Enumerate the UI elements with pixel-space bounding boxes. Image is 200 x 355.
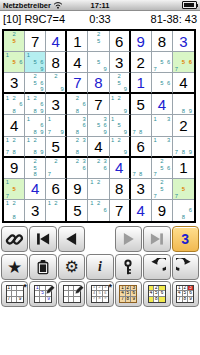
cell-r9c6[interactable]: 7 [110, 200, 131, 221]
history-back-button[interactable] [58, 226, 85, 252]
candidate-marks: 236 [67, 158, 87, 178]
cell-r4c5[interactable]: 7 [88, 94, 109, 115]
mini-grid-icon [63, 285, 81, 303]
cell-r3c8[interactable]: 56 [152, 73, 173, 94]
history-first-button[interactable] [29, 226, 56, 252]
given-digit: 3 [46, 94, 65, 114]
candidate-marks: 257 [152, 179, 172, 199]
mini-grid-icon: 24568 [148, 285, 166, 303]
candidate-marks: 156 [4, 52, 24, 72]
cell-r9c3[interactable]: 12 [46, 200, 67, 221]
cell-r1c7[interactable]: 9 [131, 31, 152, 52]
battery-icon [182, 1, 197, 9]
status-bar: Netzbetreiber 17:11 [0, 0, 200, 11]
cell-r5c5[interactable]: 3569 [88, 115, 109, 136]
candidate-marks: 29 [46, 73, 65, 92]
cell-r8c4[interactable]: 9 [67, 179, 88, 200]
cell-r9c5[interactable]: 126 [88, 200, 109, 221]
candidate-marks: 268 [67, 94, 87, 114]
cell-r2c3[interactable]: 8 [46, 52, 67, 73]
cell-r6c3[interactable]: 5 [46, 137, 67, 158]
candidate-marks: 68 [173, 200, 194, 221]
cell-r6c5[interactable]: 4 [88, 137, 109, 158]
candidate-marks: 59 [88, 52, 108, 72]
cell-r3c1[interactable]: 3 [4, 73, 25, 94]
cell-r9c9[interactable]: 68 [173, 200, 194, 221]
cell-r5c9[interactable]: 2 [173, 115, 194, 136]
candidate-marks: 238 [67, 137, 87, 156]
cell-r8c3[interactable]: 6 [46, 179, 67, 200]
sparkle-icon: * [23, 282, 27, 292]
redo-icon [176, 258, 195, 277]
show-all-candidates-button[interactable]: 123456789 [115, 281, 142, 307]
given-digit: 3 [25, 200, 45, 221]
selected-digit-label: 3 [181, 231, 189, 247]
candidate-marks: 1278 [4, 137, 24, 156]
pencil-icon [46, 282, 55, 297]
cell-r2c8[interactable]: 567 [152, 52, 173, 73]
cell-r3c7[interactable]: 1 [131, 73, 152, 94]
cell-r2c1[interactable]: 156 [4, 52, 25, 73]
cell-r8c8[interactable]: 257 [152, 179, 173, 200]
cell-r5c7[interactable]: 78 [131, 115, 152, 136]
given-digit: 4 [173, 73, 194, 92]
cell-r9c2[interactable]: 3 [25, 200, 46, 221]
candidate-marks: 12 [88, 179, 108, 199]
candidate-marks: 89 [173, 94, 194, 114]
candidate-marks: 56 [152, 73, 172, 92]
candidate-marks: 12689 [25, 94, 45, 114]
candidate-marks: 2567 [152, 158, 172, 178]
candidate-marks: 25 [4, 31, 24, 51]
given-digit: 5 [131, 94, 151, 114]
given-digit: 6 [110, 31, 129, 51]
hint-key-button[interactable] [115, 254, 142, 280]
cell-r7c9[interactable]: 1 [173, 158, 194, 179]
candidate-marks: 128 [4, 200, 24, 221]
history-last-button[interactable] [143, 226, 170, 252]
given-digit: 5 [46, 137, 65, 156]
cell-r8c1[interactable]: 157 [4, 179, 25, 200]
candidate-marks: 12 [46, 200, 65, 221]
given-digit: 8 [46, 52, 65, 72]
highlight-digit-button[interactable]: 123456789 [172, 281, 199, 307]
mini-grid-icon: 159 [34, 285, 52, 303]
cell-r1c1[interactable]: 25 [4, 31, 25, 52]
cell-r1c6[interactable]: 6 [110, 31, 131, 52]
skip-back-icon [34, 230, 52, 248]
undo-button[interactable] [143, 254, 170, 280]
candidate-marks: 236 [88, 158, 108, 178]
cell-r7c6[interactable]: 4 [110, 158, 131, 179]
candidate-marks: 78 [131, 158, 151, 178]
cell-r8c7[interactable]: 3 [131, 179, 152, 200]
candidate-marks: 1689 [25, 115, 45, 135]
cell-r3c4[interactable]: 7 [67, 73, 88, 94]
mini-grid-icon: 123456789* [91, 285, 109, 303]
given-digit: 2 [131, 52, 151, 72]
clock-label: 17:11 [0, 1, 200, 10]
cell-r3c9[interactable]: 4 [173, 73, 194, 94]
cell-r9c8[interactable]: 9 [152, 200, 173, 221]
solve-cell-button[interactable]: 179* [1, 281, 28, 307]
candidate-marks: 126 [88, 200, 108, 221]
cell-r1c8[interactable]: 8 [152, 31, 173, 52]
user-digit: 1 [131, 73, 151, 92]
cell-r6c7[interactable]: 6 [131, 137, 152, 158]
redo-button[interactable] [172, 254, 199, 280]
cell-count-label: 81-38: 43 [151, 12, 197, 27]
highlight-candidates-button[interactable]: 24568 [143, 281, 170, 307]
cell-r2c9[interactable]: 567 [173, 52, 194, 73]
edit-candidates-button[interactable] [58, 281, 85, 307]
cell-r7c2[interactable]: 258 [25, 158, 46, 179]
candidate-marks: 129 [110, 137, 129, 156]
cell-r7c5[interactable]: 236 [88, 158, 109, 179]
candidate-marks: 1289 [25, 137, 45, 156]
candidate-marks: 129 [110, 94, 129, 114]
user-digit: 4 [46, 31, 65, 51]
cell-r2c6[interactable]: 3 [110, 52, 131, 73]
candidate-marks: 157 [4, 179, 24, 199]
cell-r6c8[interactable]: 13 [152, 137, 173, 158]
given-digit: 7 [88, 94, 108, 114]
cell-r6c6[interactable]: 129 [110, 137, 131, 158]
cell-r8c9[interactable]: 57 [173, 179, 194, 200]
info-button[interactable]: i [86, 254, 113, 280]
candidate-marks: 567 [152, 52, 172, 72]
cell-r4c9[interactable]: 89 [173, 94, 194, 115]
sparkle-icon: * [108, 282, 112, 292]
cell-r9c7[interactable]: 4 [131, 200, 152, 221]
given-digit: 3 [4, 73, 24, 92]
mini-grid-icon: 123456789 [119, 285, 137, 303]
cell-r7c4[interactable]: 236 [67, 158, 88, 179]
cell-r2c7[interactable]: 2 [131, 52, 152, 73]
sudoku-board: 2574125698315615698459325675673256929782… [2, 29, 196, 223]
cell-r5c6[interactable]: 159 [110, 115, 131, 136]
given-digit: 6 [46, 179, 65, 199]
given-digit: 6 [131, 137, 151, 156]
given-digit: 4 [67, 52, 87, 72]
user-digit: 4 [110, 158, 129, 178]
gear-icon: ⚙ [64, 259, 78, 275]
given-digit: 9 [4, 158, 24, 178]
given-digit: 8 [152, 31, 172, 51]
cell-r7c3[interactable]: 27 [46, 158, 67, 179]
move-info-bar: [10] R9C7=4 0:33 81-38: 43 [0, 12, 200, 28]
cell-r4c3[interactable]: 3 [46, 94, 67, 115]
cell-r1c4[interactable]: 1 [67, 31, 88, 52]
star-icon: ★ [7, 259, 22, 276]
user-digit: 4 [131, 200, 151, 221]
candidate-marks: 3569 [88, 115, 108, 135]
cell-r8c6[interactable]: 8 [110, 179, 131, 200]
mini-grid-icon: 179* [6, 285, 24, 303]
candidate-marks: 258 [25, 158, 45, 178]
candidate-marks: 1268 [4, 94, 24, 114]
compute-candidates-button[interactable]: 123456789* [86, 281, 113, 307]
given-digit: 9 [67, 179, 87, 199]
cell-r2c4[interactable]: 4 [67, 52, 88, 73]
cell-r1c9[interactable]: 3 [173, 31, 194, 52]
cell-r6c9[interactable]: 789 [173, 137, 194, 158]
user-digit: 7 [67, 73, 87, 92]
key-icon [119, 258, 137, 277]
cell-r4c7[interactable]: 5 [131, 94, 152, 115]
candidate-marks: 159 [110, 115, 129, 135]
given-digit: 4 [4, 115, 24, 135]
given-digit: 9 [152, 200, 172, 221]
bookmark-button[interactable]: ★ [1, 254, 28, 280]
cell-r7c7[interactable]: 78 [131, 158, 152, 179]
cell-r1c2[interactable]: 7 [25, 31, 46, 52]
link-icon [5, 230, 24, 249]
given-digit: 1 [67, 31, 87, 51]
user-digit: 4 [152, 94, 172, 114]
user-digit: 8 [88, 73, 108, 92]
cell-r6c4[interactable]: 238 [67, 137, 88, 158]
given-digit: 5 [67, 200, 87, 221]
cell-r5c3[interactable]: 179 [46, 115, 67, 136]
cell-r4c6[interactable]: 129 [110, 94, 131, 115]
candidate-marks: 368 [67, 115, 87, 135]
cell-r3c6[interactable]: 259 [110, 73, 131, 94]
cell-r6c2[interactable]: 1289 [25, 137, 46, 158]
cell-r7c8[interactable]: 2567 [152, 158, 173, 179]
pencil-toolbar: 179*159123456789*12345678924568123456789 [1, 281, 199, 307]
candidate-marks: 13 [152, 115, 172, 135]
cell-r4c2[interactable]: 12689 [25, 94, 46, 115]
candidate-marks: 259 [110, 73, 129, 92]
cell-r1c3[interactable]: 4 [46, 31, 67, 52]
cell-r4c8[interactable]: 4 [152, 94, 173, 115]
given-digit: 2 [173, 115, 194, 135]
given-digit: 3 [131, 179, 151, 199]
candidate-marks: 567 [173, 52, 194, 72]
given-digit: 4 [88, 137, 108, 156]
given-digit: 1 [173, 158, 194, 178]
cell-r5c8[interactable]: 13 [152, 115, 173, 136]
digit-select-button[interactable]: 3 [172, 226, 199, 252]
candidate-marks: 179 [46, 115, 65, 135]
cell-r9c4[interactable]: 5 [67, 200, 88, 221]
user-digit: 4 [25, 179, 45, 199]
fill-cell-candidates-button[interactable]: 159 [29, 281, 56, 307]
skip-forward-icon [148, 230, 166, 248]
cell-r8c5[interactable]: 12 [88, 179, 109, 200]
back-icon [63, 230, 81, 248]
candidate-marks: 27 [46, 158, 65, 178]
candidate-marks: 25 [88, 31, 108, 51]
forward-icon [119, 230, 137, 248]
candidate-marks: 13 [152, 137, 172, 156]
clipboard-button[interactable] [29, 254, 56, 280]
nav-toolbar: 3 [1, 226, 199, 252]
cell-r8c2[interactable]: 4 [25, 179, 46, 200]
cell-r2c5[interactable]: 59 [88, 52, 109, 73]
given-digit: 3 [110, 52, 129, 72]
cell-r2c2[interactable]: 1569 [25, 52, 46, 73]
link-button[interactable] [1, 226, 28, 252]
given-digit: 7 [25, 31, 45, 51]
clipboard-icon [34, 258, 52, 277]
cell-r3c3[interactable]: 29 [46, 73, 67, 94]
candidate-marks: 57 [173, 179, 194, 199]
cell-r3c5[interactable]: 8 [88, 73, 109, 94]
cell-r5c1[interactable]: 4 [4, 115, 25, 136]
cell-r5c4[interactable]: 368 [67, 115, 88, 136]
cell-r4c4[interactable]: 268 [67, 94, 88, 115]
cell-r7c1[interactable]: 9 [4, 158, 25, 179]
cell-r5c2[interactable]: 1689 [25, 115, 46, 136]
given-digit: 8 [110, 179, 129, 199]
user-digit: 3 [173, 31, 194, 51]
cell-r6c1[interactable]: 1278 [4, 137, 25, 158]
info-icon: i [98, 260, 102, 274]
undo-icon [147, 258, 166, 277]
history-forward-button[interactable] [115, 226, 142, 252]
cell-r3c2[interactable]: 2569 [25, 73, 46, 94]
candidate-marks: 789 [173, 137, 194, 156]
cell-r4c1[interactable]: 1268 [4, 94, 25, 115]
tools-toolbar: ★⚙i [1, 254, 199, 280]
pencil-icon [75, 282, 84, 297]
candidate-marks: 1569 [25, 52, 45, 72]
cell-r1c5[interactable]: 25 [88, 31, 109, 52]
cell-r9c1[interactable]: 128 [4, 200, 25, 221]
user-digit: 9 [131, 31, 151, 51]
mini-grid-icon: 123456789 [176, 285, 194, 303]
candidate-marks: 78 [131, 115, 151, 135]
given-digit: 7 [110, 200, 129, 221]
candidate-marks: 2569 [25, 73, 45, 92]
settings-button[interactable]: ⚙ [58, 254, 85, 280]
sudoku-app-screen: Netzbetreiber 17:11 [10] R9C7=4 0:33 81-… [0, 0, 200, 355]
